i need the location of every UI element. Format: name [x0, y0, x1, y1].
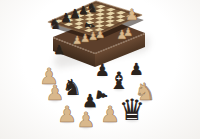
chess-piece-black-pawn-lying: ♟	[94, 88, 110, 103]
chess-piece-black-bishop: ♝	[108, 70, 129, 94]
chess-piece-black-knight: ♞	[86, 2, 97, 15]
chess-piece-black-knight: ♞	[62, 76, 82, 98]
chess-piece-light-pawn: ♟	[95, 29, 105, 40]
chess-piece-black-pawn: ♟	[94, 62, 109, 79]
chess-piece-light-pawn: ♟	[125, 8, 139, 23]
chess-piece-light-pawn: ♟	[77, 110, 96, 131]
chess-piece-black-pawn: ♟	[53, 44, 64, 57]
pieces-layer: ♟♟♟♟♟♟♟♞♟♟♟♞♝♟♟♟♟♟♟♞♞♟♟♝♟♛♟	[0, 0, 200, 139]
chess-piece-black-pawn: ♟	[128, 61, 143, 78]
chess-piece-light-pawn: ♟	[57, 103, 77, 125]
chess-piece-black-queen: ♛	[119, 96, 145, 125]
chess-piece-light-pawn: ♟	[100, 103, 120, 125]
chess-set-photo: ♟♟♟♟♟♟♟♞♟♟♟♞♝♟♟♟♟♟♟♞♞♟♟♝♟♛♟	[0, 0, 200, 139]
chess-piece-black-bishop-lying: ♝	[82, 19, 96, 32]
chess-piece-light-pawn: ♟	[123, 27, 133, 38]
